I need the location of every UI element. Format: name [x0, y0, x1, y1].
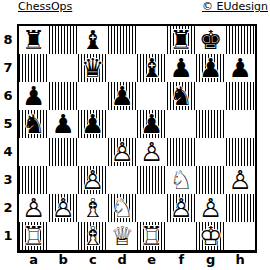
rank-label-4: 4 [1, 138, 15, 166]
square-f6[interactable]: ♞♞ [167, 82, 197, 110]
file-label-f: f [166, 252, 196, 268]
square-a5[interactable]: ♞♞ [19, 110, 49, 138]
file-label-c: c [78, 252, 108, 268]
square-d2[interactable]: ♞♘ [108, 194, 138, 222]
piece-backing: ♟ [49, 194, 79, 222]
square-b6[interactable] [49, 82, 79, 110]
piece-white-king: ♔ [196, 222, 226, 250]
piece-white-pawn: ♙ [226, 166, 256, 194]
square-f5[interactable] [167, 110, 197, 138]
square-d8[interactable] [108, 26, 138, 54]
piece-white-pawn: ♙ [78, 166, 108, 194]
square-g1[interactable]: ♚♔ [196, 222, 226, 250]
square-d1[interactable]: ♛♕ [108, 222, 138, 250]
square-a7[interactable] [19, 54, 49, 82]
piece-black-pawn: ♟ [196, 54, 226, 82]
square-c4[interactable] [78, 138, 108, 166]
app-title-link[interactable]: ChessOps [18, 0, 72, 13]
square-d4[interactable]: ♟♙ [108, 138, 138, 166]
square-c8[interactable]: ♝♝ [78, 26, 108, 54]
square-f4[interactable] [167, 138, 197, 166]
square-e2[interactable] [137, 194, 167, 222]
piece-black-rook: ♜ [19, 26, 49, 54]
square-c6[interactable] [78, 82, 108, 110]
square-g3[interactable] [196, 166, 226, 194]
piece-backing: ♟ [226, 54, 256, 82]
piece-backing: ♟ [226, 166, 256, 194]
credit-link[interactable]: © EUdesign [202, 0, 268, 13]
piece-backing: ♝ [78, 194, 108, 222]
square-e7[interactable]: ♝♝ [137, 54, 167, 82]
piece-backing: ♟ [196, 194, 226, 222]
square-b7[interactable] [49, 54, 79, 82]
piece-white-knight: ♘ [167, 166, 197, 194]
square-d5[interactable] [108, 110, 138, 138]
rank-label-5: 5 [1, 110, 15, 138]
square-g5[interactable] [196, 110, 226, 138]
square-g6[interactable] [196, 82, 226, 110]
piece-white-pawn: ♙ [49, 194, 79, 222]
square-h5[interactable] [226, 110, 256, 138]
rank-label-3: 3 [1, 166, 15, 194]
file-label-h: h [225, 252, 255, 268]
square-c1[interactable]: ♝♗ [78, 222, 108, 250]
piece-black-king: ♚ [196, 26, 226, 54]
square-c5[interactable]: ♟♟ [78, 110, 108, 138]
piece-backing: ♚ [196, 222, 226, 250]
file-label-b: b [48, 252, 78, 268]
square-h1[interactable] [226, 222, 256, 250]
piece-backing: ♟ [137, 138, 167, 166]
piece-black-pawn: ♟ [137, 110, 167, 138]
piece-black-pawn: ♟ [226, 54, 256, 82]
piece-backing: ♟ [137, 110, 167, 138]
piece-black-pawn: ♟ [49, 110, 79, 138]
rank-label-2: 2 [1, 194, 15, 222]
square-g8[interactable]: ♚♚ [196, 26, 226, 54]
piece-white-pawn: ♙ [137, 138, 167, 166]
piece-black-pawn: ♟ [78, 110, 108, 138]
piece-backing: ♟ [78, 110, 108, 138]
piece-backing: ♞ [19, 110, 49, 138]
chessops-diagram-page: ChessOps © EUdesign ♜♜♝♝♜♜♚♚♛♛♝♝♟♟♟♟♟♟♟♟… [0, 0, 270, 270]
square-f8[interactable]: ♜♜ [167, 26, 197, 54]
piece-backing: ♝ [78, 222, 108, 250]
piece-black-pawn: ♟ [108, 82, 138, 110]
piece-backing: ♝ [137, 54, 167, 82]
piece-white-knight: ♘ [108, 194, 138, 222]
piece-backing: ♟ [167, 194, 197, 222]
piece-backing: ♟ [19, 82, 49, 110]
piece-black-queen: ♛ [78, 54, 108, 82]
square-f2[interactable]: ♟♙ [167, 194, 197, 222]
piece-backing: ♞ [167, 166, 197, 194]
file-label-e: e [137, 252, 167, 268]
piece-black-rook: ♜ [167, 26, 197, 54]
piece-backing: ♞ [167, 82, 197, 110]
square-d6[interactable]: ♟♟ [108, 82, 138, 110]
piece-backing: ♜ [137, 222, 167, 250]
piece-backing: ♟ [78, 166, 108, 194]
square-e4[interactable]: ♟♙ [137, 138, 167, 166]
square-h6[interactable] [226, 82, 256, 110]
piece-white-rook: ♖ [19, 222, 49, 250]
square-b4[interactable] [49, 138, 79, 166]
square-a6[interactable]: ♟♟ [19, 82, 49, 110]
square-a3[interactable] [19, 166, 49, 194]
piece-white-pawn: ♙ [167, 194, 197, 222]
square-b1[interactable] [49, 222, 79, 250]
file-label-g: g [196, 252, 226, 268]
square-c7[interactable]: ♛♛ [78, 54, 108, 82]
square-b8[interactable] [49, 26, 79, 54]
piece-backing: ♜ [19, 26, 49, 54]
piece-backing: ♞ [108, 194, 138, 222]
square-d3[interactable] [108, 166, 138, 194]
rank-label-8: 8 [1, 26, 15, 54]
piece-white-pawn: ♙ [108, 138, 138, 166]
piece-backing: ♟ [167, 54, 197, 82]
piece-black-pawn: ♟ [19, 82, 49, 110]
piece-black-pawn: ♟ [167, 54, 197, 82]
piece-backing: ♛ [78, 54, 108, 82]
square-e6[interactable] [137, 82, 167, 110]
square-h4[interactable] [226, 138, 256, 166]
square-b5[interactable]: ♟♟ [49, 110, 79, 138]
square-a8[interactable]: ♜♜ [19, 26, 49, 54]
piece-white-queen: ♕ [108, 222, 138, 250]
piece-backing: ♚ [196, 26, 226, 54]
square-b2[interactable]: ♟♙ [49, 194, 79, 222]
square-h3[interactable]: ♟♙ [226, 166, 256, 194]
square-a1[interactable]: ♜♖ [19, 222, 49, 250]
piece-backing: ♝ [78, 26, 108, 54]
square-a4[interactable] [19, 138, 49, 166]
chess-board: ♜♜♝♝♜♜♚♚♛♛♝♝♟♟♟♟♟♟♟♟♟♟♞♞♞♞♟♟♟♟♟♟♟♙♟♙♟♙♞♘… [17, 24, 257, 253]
square-c3[interactable]: ♟♙ [78, 166, 108, 194]
square-f3[interactable]: ♞♘ [167, 166, 197, 194]
square-g2[interactable]: ♟♙ [196, 194, 226, 222]
piece-backing: ♟ [49, 110, 79, 138]
piece-white-rook: ♖ [137, 222, 167, 250]
piece-backing: ♜ [167, 26, 197, 54]
square-b3[interactable] [49, 166, 79, 194]
rank-label-7: 7 [1, 54, 15, 82]
square-a2[interactable]: ♟♙ [19, 194, 49, 222]
rank-label-6: 6 [1, 82, 15, 110]
piece-black-bishop: ♝ [137, 54, 167, 82]
piece-backing: ♟ [19, 194, 49, 222]
square-h2[interactable] [226, 194, 256, 222]
file-label-d: d [107, 252, 137, 268]
piece-white-bishop: ♗ [78, 194, 108, 222]
piece-backing: ♜ [19, 222, 49, 250]
piece-backing: ♟ [108, 138, 138, 166]
square-d7[interactable] [108, 54, 138, 82]
piece-black-bishop: ♝ [78, 26, 108, 54]
piece-white-pawn: ♙ [196, 194, 226, 222]
square-e3[interactable] [137, 166, 167, 194]
square-h8[interactable] [226, 26, 256, 54]
square-f1[interactable] [167, 222, 197, 250]
piece-backing: ♟ [196, 54, 226, 82]
square-f7[interactable]: ♟♟ [167, 54, 197, 82]
square-e8[interactable] [137, 26, 167, 54]
piece-backing: ♛ [108, 222, 138, 250]
file-label-a: a [19, 252, 49, 268]
square-e1[interactable]: ♜♖ [137, 222, 167, 250]
square-e5[interactable]: ♟♟ [137, 110, 167, 138]
square-g4[interactable] [196, 138, 226, 166]
square-h7[interactable]: ♟♟ [226, 54, 256, 82]
piece-black-knight: ♞ [167, 82, 197, 110]
piece-white-pawn: ♙ [19, 194, 49, 222]
piece-backing: ♟ [108, 82, 138, 110]
piece-black-knight: ♞ [19, 110, 49, 138]
piece-white-bishop: ♗ [78, 222, 108, 250]
square-g7[interactable]: ♟♟ [196, 54, 226, 82]
square-c2[interactable]: ♝♗ [78, 194, 108, 222]
rank-label-1: 1 [1, 222, 15, 250]
